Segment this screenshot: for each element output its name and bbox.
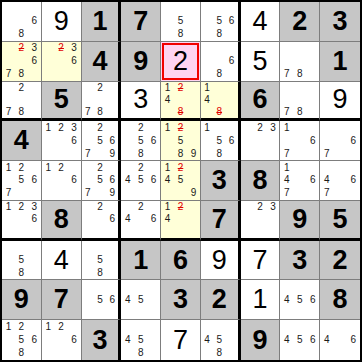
candidate-5: 5 [174, 15, 187, 28]
candidate-6: 6 [106, 174, 118, 187]
candidate-2: 2 [254, 201, 267, 213]
candidate-5: 5 [293, 293, 306, 306]
cell-r6c1[interactable]: 1236 [2, 201, 42, 241]
candidate-2-eliminated: 2 [174, 201, 187, 213]
candidate-5: 5 [94, 174, 106, 187]
cell-r9c2[interactable]: 126 [42, 320, 82, 360]
cell-r2c1[interactable]: 23678 [2, 42, 42, 82]
sudoku-board: 6891758568423236782364926857812785278312… [0, 0, 362, 362]
pencil-marks: 2568 [121, 121, 160, 160]
cell-r8c6[interactable]: 2 [201, 280, 241, 320]
candidate-2: 2 [94, 161, 106, 174]
pencil-marks: 12567 [2, 161, 41, 200]
cell-r8c9[interactable]: 8 [320, 280, 360, 320]
given-digit: 4 [2, 121, 41, 160]
pencil-marks: 458 [121, 320, 160, 360]
solved-digit: 1 [241, 280, 280, 319]
pencil-marks: 1248 [161, 82, 200, 119]
pencil-marks: 56 [82, 280, 119, 319]
cell-r7c9[interactable]: 2 [320, 241, 360, 281]
cell-r5c4[interactable]: 2456 [121, 161, 161, 201]
pencil-marks: 124 [161, 201, 200, 238]
cell-r1c8[interactable]: 2 [280, 2, 320, 42]
cell-r8c2[interactable]: 7 [42, 280, 82, 320]
candidate-6: 6 [68, 134, 81, 147]
candidate-6: 6 [306, 174, 319, 187]
cell-r9c3[interactable]: 3 [82, 320, 122, 360]
candidate-8: 8 [15, 28, 28, 41]
candidate-5: 5 [15, 254, 28, 267]
given-digit: 3 [280, 241, 319, 280]
cell-r2c9[interactable]: 1 [320, 42, 360, 82]
cell-r3c9[interactable]: 9 [320, 82, 360, 122]
candidate-2: 2 [94, 121, 106, 134]
pencil-marks: 278 [2, 82, 41, 119]
candidate-8: 8 [15, 106, 28, 118]
candidate-1: 1 [161, 161, 174, 174]
candidate-6: 6 [68, 55, 81, 68]
cell-r6c9[interactable]: 5 [320, 201, 360, 241]
candidate-8: 8 [94, 106, 106, 118]
pencil-marks: 126 [42, 320, 81, 360]
candidate-6: 6 [68, 174, 81, 187]
cell-r7c1[interactable]: 58 [2, 241, 42, 281]
candidate-8-eliminated: 8 [213, 106, 225, 118]
cell-r4c6[interactable]: 1568 [201, 121, 241, 161]
candidate-4: 4 [161, 94, 174, 106]
solved-digit: 4 [42, 241, 81, 280]
cell-r2c4[interactable]: 9 [121, 42, 161, 82]
candidate-2: 2 [55, 320, 68, 333]
pencil-marks: 148 [201, 82, 238, 119]
pencil-marks: 456 [280, 280, 319, 319]
pencil-marks: 23 [241, 121, 280, 160]
cell-r6c2[interactable]: 8 [42, 201, 82, 241]
pencil-marks: 25679 [82, 161, 119, 200]
cell-r2c5[interactable]: 2 [161, 42, 201, 82]
candidate-1: 1 [42, 320, 55, 333]
cell-r8c7[interactable]: 1 [241, 280, 281, 320]
candidate-5: 5 [94, 254, 106, 267]
candidate-6: 6 [347, 333, 360, 346]
candidate-2: 2 [15, 82, 28, 94]
candidate-6: 6 [225, 55, 237, 68]
cell-r3c6[interactable]: 148 [201, 82, 241, 122]
pencil-marks: 12589 [161, 121, 200, 160]
pencil-marks: 78 [280, 42, 319, 81]
pencil-marks: 45 [121, 280, 160, 319]
candidate-1: 1 [42, 121, 55, 134]
solved-digit: 7 [241, 241, 280, 280]
candidate-5: 5 [174, 134, 187, 147]
cell-r9c8[interactable]: 456 [280, 320, 320, 360]
cell-r8c1[interactable]: 9 [2, 280, 42, 320]
candidate-5: 5 [213, 134, 225, 147]
pencil-marks: 278 [82, 82, 119, 119]
cell-r5c5[interactable]: 12459 [161, 161, 201, 201]
cell-r7c5[interactable]: 6 [161, 241, 201, 281]
given-digit: 3 [201, 161, 238, 200]
candidate-5: 5 [94, 134, 106, 147]
candidate-5: 5 [134, 333, 147, 346]
given-digit: 7 [42, 280, 81, 319]
cell-r7c4[interactable]: 1 [121, 241, 161, 281]
solved-digit: 5 [241, 42, 280, 81]
candidate-1: 1 [201, 82, 213, 94]
cell-r6c3[interactable]: 26 [82, 201, 122, 241]
candidate-3: 3 [267, 121, 280, 134]
cell-r9c6[interactable]: 458 [201, 320, 241, 360]
pencil-marks: 46 [320, 320, 360, 360]
candidate-2: 2 [134, 161, 147, 174]
candidate-1: 1 [2, 161, 15, 174]
candidate-7: 7 [2, 187, 15, 200]
candidate-2-eliminated: 2 [55, 42, 68, 55]
candidate-1: 1 [280, 161, 293, 174]
given-digit: 5 [320, 201, 360, 238]
pencil-marks: 568 [201, 2, 238, 41]
cell-r5c6[interactable]: 3 [201, 161, 241, 201]
pencil-marks: 68 [2, 2, 41, 41]
given-digit: 3 [161, 280, 200, 319]
pencil-marks: 26 [82, 201, 119, 238]
candidate-4: 4 [280, 333, 293, 346]
cell-r8c8[interactable]: 456 [280, 280, 320, 320]
cell-r1c4[interactable]: 7 [121, 2, 161, 42]
candidate-1: 1 [2, 320, 15, 333]
solved-digit: 3 [121, 82, 160, 119]
candidate-7: 7 [320, 147, 333, 160]
cell-r1c6[interactable]: 568 [201, 2, 241, 42]
candidate-8: 8 [174, 28, 187, 41]
candidate-8: 8 [213, 147, 225, 160]
candidate-4: 4 [161, 213, 174, 225]
solved-digit: 4 [241, 2, 280, 41]
cell-r9c7[interactable]: 9 [241, 320, 281, 360]
candidate-2-eliminated: 2 [174, 121, 187, 134]
candidate-8: 8 [94, 267, 106, 280]
candidate-4: 4 [280, 293, 293, 306]
candidate-4: 4 [320, 174, 333, 187]
cell-r2c7[interactable]: 5 [241, 42, 281, 82]
given-digit: 3 [320, 2, 360, 41]
cell-r6c8[interactable]: 9 [280, 201, 320, 241]
pencil-marks: 58 [2, 241, 41, 280]
cell-r2c2[interactable]: 236 [42, 42, 82, 82]
candidate-8: 8 [134, 147, 147, 160]
candidate-7: 7 [280, 68, 293, 81]
solved-digit: 9 [201, 241, 238, 280]
cell-r1c1[interactable]: 68 [2, 2, 42, 42]
candidate-8: 8 [15, 347, 28, 360]
candidate-6: 6 [68, 333, 81, 346]
pencil-marks: 23 [241, 201, 280, 238]
cell-r2c8[interactable]: 78 [280, 42, 320, 82]
candidate-6: 6 [347, 174, 360, 187]
cell-r5c1[interactable]: 12567 [2, 161, 42, 201]
candidate-7: 7 [280, 147, 293, 160]
candidate-2: 2 [134, 121, 147, 134]
candidate-4: 4 [161, 174, 174, 187]
cell-r6c6[interactable]: 7 [201, 201, 241, 241]
given-digit: 7 [121, 2, 160, 41]
cell-r9c1[interactable]: 12568 [2, 320, 42, 360]
candidate-3: 3 [68, 42, 81, 55]
given-digit: 7 [201, 201, 238, 238]
given-digit: 8 [320, 280, 360, 319]
candidate-8: 8 [293, 106, 306, 118]
candidate-2: 2 [15, 320, 28, 333]
cell-r4c5[interactable]: 12589 [161, 121, 201, 161]
candidate-6: 6 [28, 174, 41, 187]
candidate-5: 5 [174, 174, 187, 187]
cell-r4c4[interactable]: 2568 [121, 121, 161, 161]
given-digit: 1 [121, 241, 160, 280]
candidate-8: 8 [15, 68, 28, 81]
pencil-marks: 467 [320, 161, 360, 200]
pencil-marks: 246 [121, 201, 160, 238]
candidate-6: 6 [147, 134, 160, 147]
pencil-marks: 236 [42, 42, 81, 81]
given-digit: 9 [280, 201, 319, 238]
cell-r1c3[interactable]: 1 [82, 2, 122, 42]
cell-r3c5[interactable]: 1248 [161, 82, 201, 122]
cell-r9c4[interactable]: 458 [121, 320, 161, 360]
candidate-6: 6 [347, 134, 360, 147]
candidate-5: 5 [134, 174, 147, 187]
pencil-marks: 1467 [280, 161, 319, 200]
candidate-1: 1 [280, 121, 293, 134]
cell-r3c1[interactable]: 278 [2, 82, 42, 122]
cell-r4c9[interactable]: 67 [320, 121, 360, 161]
cell-r6c4[interactable]: 246 [121, 201, 161, 241]
solved-digit: 7 [161, 320, 200, 360]
cell-r1c2[interactable]: 9 [42, 2, 82, 42]
candidate-8-eliminated: 8 [174, 106, 187, 118]
candidate-4: 4 [280, 174, 293, 187]
candidate-6: 6 [106, 134, 118, 147]
candidate-9: 9 [106, 147, 118, 160]
candidate-5: 5 [15, 333, 28, 346]
candidate-8: 8 [174, 147, 187, 160]
candidate-1: 1 [161, 201, 174, 213]
cell-r8c5[interactable]: 3 [161, 280, 201, 320]
pencil-marks: 67 [320, 121, 360, 160]
candidate-2: 2 [254, 121, 267, 134]
pencil-marks: 58 [82, 241, 119, 280]
pencil-marks: 23678 [2, 42, 41, 81]
cell-r9c9[interactable]: 46 [320, 320, 360, 360]
cell-r6c5[interactable]: 124 [161, 201, 201, 241]
cell-r7c3[interactable]: 58 [82, 241, 122, 281]
candidate-4: 4 [201, 94, 213, 106]
pencil-marks: 25679 [82, 121, 119, 160]
candidate-7: 7 [82, 147, 94, 160]
candidate-5: 5 [213, 15, 225, 28]
candidate-3: 3 [68, 121, 81, 134]
given-digit: 8 [241, 161, 280, 200]
given-digit: 8 [42, 201, 81, 238]
candidate-2: 2 [94, 201, 106, 213]
cell-r7c8[interactable]: 3 [280, 241, 320, 281]
cell-r8c4[interactable]: 45 [121, 280, 161, 320]
pencil-marks: 456 [280, 320, 319, 360]
pencil-marks: 167 [280, 121, 319, 160]
given-digit: 4 [82, 42, 119, 81]
candidate-2-eliminated: 2 [15, 42, 28, 55]
cell-r1c9[interactable]: 3 [320, 2, 360, 42]
given-digit: 5 [42, 82, 81, 119]
cell-r7c7[interactable]: 7 [241, 241, 281, 281]
candidate-5: 5 [134, 134, 147, 147]
candidate-6: 6 [106, 213, 118, 225]
candidate-4: 4 [121, 293, 134, 306]
candidate-8: 8 [213, 68, 225, 81]
cell-r3c2[interactable]: 5 [42, 82, 82, 122]
candidate-6: 6 [225, 134, 237, 147]
candidate-8: 8 [213, 347, 225, 360]
candidate-3: 3 [28, 201, 41, 213]
candidate-7: 7 [320, 187, 333, 200]
cell-r8c3[interactable]: 56 [82, 280, 122, 320]
cell-r3c8[interactable]: 78 [280, 82, 320, 122]
candidate-5: 5 [293, 333, 306, 346]
candidate-2: 2 [15, 161, 28, 174]
candidate-2: 2 [55, 161, 68, 174]
pencil-marks: 1236 [2, 201, 41, 238]
candidate-1: 1 [42, 161, 55, 174]
cell-r5c8[interactable]: 1467 [280, 161, 320, 201]
pencil-marks: 1568 [201, 121, 238, 160]
cell-r4c7[interactable]: 23 [241, 121, 281, 161]
candidate-6: 6 [147, 174, 160, 187]
candidate-4: 4 [121, 213, 134, 225]
cell-r7c2[interactable]: 4 [42, 241, 82, 281]
given-digit: 9 [2, 280, 41, 319]
candidate-7: 7 [2, 68, 15, 81]
given-digit: 2 [280, 2, 319, 41]
candidate-6: 6 [306, 333, 319, 346]
cell-r4c8[interactable]: 167 [280, 121, 320, 161]
cell-r3c7[interactable]: 6 [241, 82, 281, 122]
candidate-6: 6 [306, 293, 319, 306]
cell-r6c7[interactable]: 23 [241, 201, 281, 241]
pencil-marks: 68 [201, 42, 238, 81]
candidate-6: 6 [28, 213, 41, 225]
cell-r2c3[interactable]: 4 [82, 42, 122, 82]
candidate-8: 8 [134, 347, 147, 360]
candidate-5: 5 [15, 174, 28, 187]
cell-r3c3[interactable]: 278 [82, 82, 122, 122]
pencil-marks: 12568 [2, 320, 41, 360]
cell-r3c4[interactable]: 3 [121, 82, 161, 122]
candidate-7: 7 [82, 106, 94, 118]
candidate-4: 4 [320, 333, 333, 346]
pencil-marks: 126 [42, 161, 81, 200]
candidate-6: 6 [306, 134, 319, 147]
candidate-8: 8 [293, 68, 306, 81]
candidate-6: 6 [28, 55, 41, 68]
candidate-6: 6 [147, 213, 160, 225]
candidate-6: 6 [28, 333, 41, 346]
cell-r5c2[interactable]: 126 [42, 161, 82, 201]
candidate-2: 2 [15, 201, 28, 213]
candidate-7: 7 [2, 106, 15, 118]
candidate-7: 7 [82, 187, 94, 200]
candidate-3: 3 [28, 42, 41, 55]
candidate-2-eliminated: 2 [174, 82, 187, 94]
candidate-8: 8 [213, 28, 225, 41]
given-digit: 9 [121, 42, 160, 81]
pencil-marks: 2456 [121, 161, 160, 200]
given-digit: 1 [320, 42, 360, 81]
solved-digit: 2 [161, 42, 200, 81]
candidate-1: 1 [161, 82, 174, 94]
candidate-3: 3 [267, 201, 280, 213]
pencil-marks: 58 [161, 2, 200, 41]
cell-r5c7[interactable]: 8 [241, 161, 281, 201]
given-digit: 1 [82, 2, 119, 41]
given-digit: 6 [241, 82, 280, 119]
cell-r9c5[interactable]: 7 [161, 320, 201, 360]
candidate-2-eliminated: 2 [174, 161, 187, 174]
candidate-1: 1 [2, 201, 15, 213]
candidate-2: 2 [134, 201, 147, 213]
given-digit: 6 [161, 241, 200, 280]
cell-r4c3[interactable]: 25679 [82, 121, 122, 161]
candidate-4: 4 [121, 174, 134, 187]
candidate-5: 5 [213, 333, 225, 346]
candidate-6: 6 [106, 293, 118, 306]
candidate-8: 8 [15, 267, 28, 280]
pencil-marks: 12459 [161, 161, 200, 200]
candidate-4: 4 [201, 333, 213, 346]
candidate-9: 9 [187, 187, 200, 200]
solved-digit: 9 [42, 2, 81, 41]
candidate-4: 4 [121, 333, 134, 346]
candidate-9: 9 [106, 187, 118, 200]
candidate-9: 9 [187, 147, 200, 160]
candidate-5: 5 [134, 293, 147, 306]
cell-r5c3[interactable]: 25679 [82, 161, 122, 201]
given-digit: 3 [82, 320, 119, 360]
solved-digit: 9 [320, 82, 360, 119]
pencil-marks: 1236 [42, 121, 81, 160]
cell-r1c5[interactable]: 58 [161, 2, 201, 42]
cell-r1c7[interactable]: 4 [241, 2, 281, 42]
candidate-6: 6 [225, 15, 237, 28]
candidate-1: 1 [201, 121, 213, 134]
cell-r4c2[interactable]: 1236 [42, 121, 82, 161]
pencil-marks: 458 [201, 320, 238, 360]
candidate-2: 2 [55, 121, 68, 134]
candidate-7: 7 [280, 187, 293, 200]
candidate-1: 1 [161, 121, 174, 134]
candidate-5: 5 [94, 293, 106, 306]
given-digit: 2 [201, 280, 238, 319]
candidate-6: 6 [28, 15, 41, 28]
cell-r4c1[interactable]: 4 [2, 121, 42, 161]
given-digit: 9 [241, 320, 280, 360]
pencil-marks: 78 [280, 82, 319, 119]
cell-r7c6[interactable]: 9 [201, 241, 241, 281]
cell-r2c6[interactable]: 68 [201, 42, 241, 82]
candidate-7: 7 [280, 106, 293, 118]
given-digit: 2 [320, 241, 360, 280]
candidate-2: 2 [94, 82, 106, 94]
cell-r5c9[interactable]: 467 [320, 161, 360, 201]
